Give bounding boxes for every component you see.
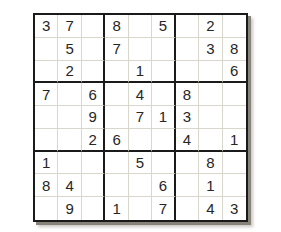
- sudoku-cell-r5c5[interactable]: 7: [129, 106, 152, 129]
- sudoku-cell-r9c9[interactable]: 3: [223, 197, 246, 220]
- sudoku-cell-r5c2[interactable]: [58, 106, 81, 129]
- sudoku-cell-r3c3[interactable]: [82, 61, 105, 84]
- sudoku-cell-r3c8[interactable]: [199, 61, 222, 84]
- sudoku-cell-r3c1[interactable]: [35, 61, 58, 84]
- sudoku-cell-r5c6[interactable]: 1: [152, 106, 175, 129]
- sudoku-cell-r3c2[interactable]: 2: [58, 61, 81, 84]
- sudoku-cell-r4c9[interactable]: [223, 83, 246, 106]
- sudoku-cell-r4c6[interactable]: [152, 83, 175, 106]
- sudoku-cell-r7c2[interactable]: [58, 152, 81, 175]
- sudoku-cell-r4c7[interactable]: 8: [176, 83, 199, 106]
- sudoku-cell-r5c3[interactable]: 9: [82, 106, 105, 129]
- sudoku-cell-r5c8[interactable]: [199, 106, 222, 129]
- sudoku-cell-r2c8[interactable]: 3: [199, 38, 222, 61]
- sudoku-cell-r4c4[interactable]: [105, 83, 128, 106]
- sudoku-cell-r9c3[interactable]: [82, 197, 105, 220]
- sudoku-cell-r5c9[interactable]: [223, 106, 246, 129]
- sudoku-cell-r7c5[interactable]: 5: [129, 152, 152, 175]
- sudoku-cell-r9c8[interactable]: 4: [199, 197, 222, 220]
- sudoku-cell-r1c3[interactable]: [82, 15, 105, 38]
- sudoku-cell-r2c2[interactable]: 5: [58, 38, 81, 61]
- sudoku-cell-r8c3[interactable]: [82, 174, 105, 197]
- sudoku-cell-r9c1[interactable]: [35, 197, 58, 220]
- sudoku-cell-r8c7[interactable]: [176, 174, 199, 197]
- sudoku-cell-r9c2[interactable]: 9: [58, 197, 81, 220]
- sudoku-cell-r3c5[interactable]: 1: [129, 61, 152, 84]
- sudoku-cell-r6c7[interactable]: 4: [176, 129, 199, 152]
- sudoku-cell-r6c2[interactable]: [58, 129, 81, 152]
- sudoku-cell-r8c8[interactable]: 1: [199, 174, 222, 197]
- sudoku-cell-r9c7[interactable]: [176, 197, 199, 220]
- sudoku-cell-r2c9[interactable]: 8: [223, 38, 246, 61]
- sudoku-cell-r7c9[interactable]: [223, 152, 246, 175]
- sudoku-cell-r5c1[interactable]: [35, 106, 58, 129]
- sudoku-cell-r6c4[interactable]: 6: [105, 129, 128, 152]
- sudoku-cell-r2c7[interactable]: [176, 38, 199, 61]
- sudoku-cell-r6c1[interactable]: [35, 129, 58, 152]
- sudoku-cell-r6c5[interactable]: [129, 129, 152, 152]
- sudoku-cell-r7c1[interactable]: 1: [35, 152, 58, 175]
- sudoku-cell-r1c6[interactable]: 5: [152, 15, 175, 38]
- sudoku-cell-r1c9[interactable]: [223, 15, 246, 38]
- sudoku-cell-r8c6[interactable]: 6: [152, 174, 175, 197]
- sudoku-cell-r6c8[interactable]: [199, 129, 222, 152]
- sudoku-cell-r2c3[interactable]: [82, 38, 105, 61]
- sudoku-cell-r8c9[interactable]: [223, 174, 246, 197]
- sudoku-cell-r7c8[interactable]: 8: [199, 152, 222, 175]
- sudoku-cell-r8c2[interactable]: 4: [58, 174, 81, 197]
- sudoku-cell-r5c7[interactable]: 3: [176, 106, 199, 129]
- sudoku-cell-r1c7[interactable]: [176, 15, 199, 38]
- sudoku-cell-r7c7[interactable]: [176, 152, 199, 175]
- sudoku-cell-r5c4[interactable]: [105, 106, 128, 129]
- sudoku-cell-r1c2[interactable]: 7: [58, 15, 81, 38]
- sudoku-cell-r2c1[interactable]: [35, 38, 58, 61]
- sudoku-cell-r6c3[interactable]: 2: [82, 129, 105, 152]
- sudoku-cell-r8c1[interactable]: 8: [35, 174, 58, 197]
- sudoku-cell-r1c5[interactable]: [129, 15, 152, 38]
- sudoku-cell-r8c4[interactable]: [105, 174, 128, 197]
- sudoku-cell-r4c1[interactable]: 7: [35, 83, 58, 106]
- sudoku-cell-r7c6[interactable]: [152, 152, 175, 175]
- sudoku-cell-r6c6[interactable]: [152, 129, 175, 152]
- sudoku-cell-r2c4[interactable]: 7: [105, 38, 128, 61]
- sudoku-cell-r6c9[interactable]: 1: [223, 129, 246, 152]
- sudoku-cell-r2c5[interactable]: [129, 38, 152, 61]
- sudoku-cell-r9c5[interactable]: [129, 197, 152, 220]
- sudoku-cell-r9c4[interactable]: 1: [105, 197, 128, 220]
- sudoku-cell-r3c6[interactable]: [152, 61, 175, 84]
- sudoku-board: 378525738216764897132641158846191743: [33, 13, 248, 222]
- sudoku-cell-r2c6[interactable]: [152, 38, 175, 61]
- sudoku-cell-r7c4[interactable]: [105, 152, 128, 175]
- sudoku-cell-r4c8[interactable]: [199, 83, 222, 106]
- sudoku-cell-r1c8[interactable]: 2: [199, 15, 222, 38]
- sudoku-cell-r4c2[interactable]: [58, 83, 81, 106]
- sudoku-cell-r9c6[interactable]: 7: [152, 197, 175, 220]
- sudoku-cell-r7c3[interactable]: [82, 152, 105, 175]
- sudoku-cell-r4c5[interactable]: 4: [129, 83, 152, 106]
- sudoku-cell-r4c3[interactable]: 6: [82, 83, 105, 106]
- sudoku-cell-r3c9[interactable]: 6: [223, 61, 246, 84]
- sudoku-cell-r1c4[interactable]: 8: [105, 15, 128, 38]
- sudoku-cell-r3c4[interactable]: [105, 61, 128, 84]
- sudoku-cell-r1c1[interactable]: 3: [35, 15, 58, 38]
- page-background: 378525738216764897132641158846191743: [0, 0, 281, 232]
- sudoku-cell-r3c7[interactable]: [176, 61, 199, 84]
- sudoku-cell-r8c5[interactable]: [129, 174, 152, 197]
